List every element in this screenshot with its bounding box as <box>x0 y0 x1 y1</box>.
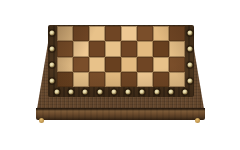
board-square <box>89 57 105 72</box>
board-square <box>105 26 121 41</box>
board-square <box>105 57 121 72</box>
board-square <box>57 57 73 72</box>
board-square <box>169 26 185 41</box>
chessboard-grid <box>57 26 185 87</box>
stud-icon <box>83 90 88 95</box>
board-square <box>153 26 169 41</box>
stud-icon <box>69 90 74 95</box>
board-square <box>153 57 169 72</box>
board-square <box>89 72 105 87</box>
board-square <box>89 41 105 56</box>
board-square <box>73 57 89 72</box>
board-square <box>105 72 121 87</box>
board-square <box>153 72 169 87</box>
board-square <box>73 26 89 41</box>
stud-icon <box>55 90 60 95</box>
stud-icon <box>97 90 102 95</box>
case-foot-right <box>195 118 200 123</box>
board-square <box>57 72 73 87</box>
stud-icon <box>168 90 173 95</box>
board-square <box>105 41 121 56</box>
stud-icon <box>183 90 188 95</box>
stud-icon <box>154 90 159 95</box>
board-square <box>73 72 89 87</box>
case-foot-left <box>39 118 44 123</box>
stud-icon <box>188 31 193 36</box>
board-square <box>57 41 73 56</box>
stud-icon <box>50 31 55 36</box>
board-square <box>137 41 153 56</box>
board-square <box>57 26 73 41</box>
board-square <box>137 72 153 87</box>
board-square <box>137 57 153 72</box>
board-square <box>153 41 169 56</box>
stud-icon <box>188 63 193 68</box>
board-square <box>121 57 137 72</box>
stud-frame <box>48 25 194 97</box>
board-square <box>169 72 185 87</box>
case-front-panel <box>36 108 205 120</box>
board-square <box>89 26 105 41</box>
board-square <box>169 41 185 56</box>
board-square <box>121 72 137 87</box>
stud-icon <box>126 90 131 95</box>
board-square <box>73 41 89 56</box>
board-square <box>121 26 137 41</box>
stud-icon <box>188 79 193 84</box>
product-photo <box>0 0 240 150</box>
board-square <box>121 41 137 56</box>
stud-icon <box>111 90 116 95</box>
stud-icon <box>50 47 55 52</box>
stud-icon <box>50 63 55 68</box>
board-square <box>137 26 153 41</box>
stud-icon <box>50 79 55 84</box>
stud-icon <box>188 47 193 52</box>
board-square <box>169 57 185 72</box>
stud-icon <box>140 90 145 95</box>
